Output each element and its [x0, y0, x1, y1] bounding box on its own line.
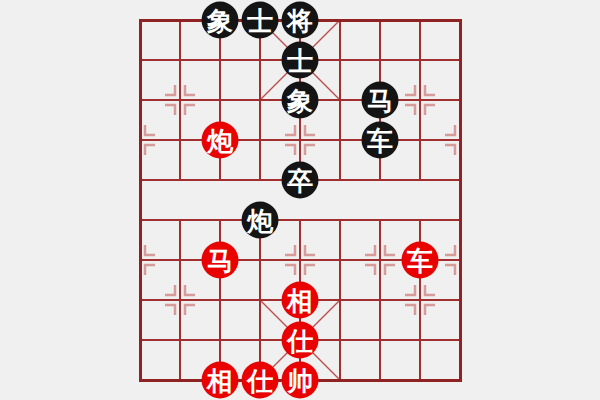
red-horse-piece[interactable]: 马	[202, 242, 239, 279]
red-elephant-1-piece[interactable]: 相	[282, 282, 319, 319]
black-elephant-1-piece[interactable]: 象	[202, 2, 239, 39]
red-chariot-piece[interactable]: 车	[402, 242, 439, 279]
black-elephant-2-piece[interactable]: 象	[282, 82, 319, 119]
red-advisor-1-piece[interactable]: 仕	[282, 322, 319, 359]
black-horse-piece[interactable]: 马	[362, 82, 399, 119]
red-elephant-2-piece[interactable]: 相	[202, 362, 239, 399]
pieces-layer: 象士将士象马车卒炮炮马车相仕相仕帅	[0, 0, 600, 400]
red-general-piece[interactable]: 帅	[282, 362, 319, 399]
black-advisor-1-piece[interactable]: 士	[242, 2, 279, 39]
red-cannon-piece[interactable]: 炮	[202, 122, 239, 159]
xiangqi-screenshot: 象士将士象马车卒炮炮马车相仕相仕帅	[0, 0, 600, 400]
black-general-piece[interactable]: 将	[282, 2, 319, 39]
black-cannon-piece[interactable]: 炮	[242, 202, 279, 239]
black-advisor-2-piece[interactable]: 士	[282, 42, 319, 79]
black-chariot-piece[interactable]: 车	[362, 122, 399, 159]
red-advisor-2-piece[interactable]: 仕	[242, 362, 279, 399]
black-pawn-piece[interactable]: 卒	[282, 162, 319, 199]
